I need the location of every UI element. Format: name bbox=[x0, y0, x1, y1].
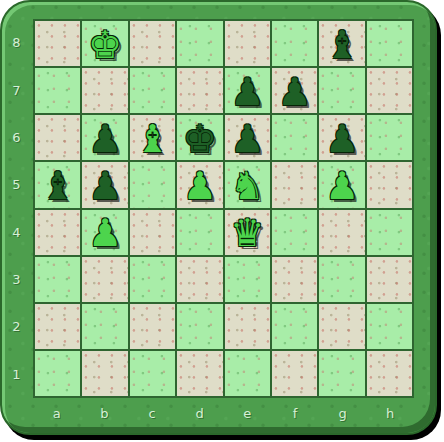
square-f4[interactable] bbox=[272, 210, 317, 255]
rank-label-1: 1 bbox=[0, 351, 33, 398]
rank-label-7: 7 bbox=[0, 66, 33, 113]
chess-board-window: 87654321 ♚♝♟♟♟♝♚♟♟♝♟♟♞♟♟♛ abcdefgh bbox=[0, 0, 444, 442]
square-f3[interactable] bbox=[272, 257, 317, 302]
square-c4[interactable] bbox=[130, 210, 175, 255]
square-d8[interactable] bbox=[177, 21, 222, 66]
rank-label-3: 3 bbox=[0, 256, 33, 303]
square-c6[interactable]: ♝ bbox=[130, 115, 175, 160]
file-label-f: f bbox=[271, 398, 319, 428]
square-e1[interactable] bbox=[225, 351, 270, 396]
square-e5[interactable]: ♞ bbox=[225, 162, 270, 207]
square-b8[interactable]: ♚ bbox=[82, 21, 127, 66]
square-f5[interactable] bbox=[272, 162, 317, 207]
square-e8[interactable] bbox=[225, 21, 270, 66]
square-c2[interactable] bbox=[130, 304, 175, 349]
file-label-c: c bbox=[128, 398, 176, 428]
square-f1[interactable] bbox=[272, 351, 317, 396]
file-label-d: d bbox=[176, 398, 224, 428]
square-b6[interactable]: ♟ bbox=[82, 115, 127, 160]
square-a3[interactable] bbox=[35, 257, 80, 302]
piece-black-bishop: ♝ bbox=[325, 24, 359, 64]
square-b2[interactable] bbox=[82, 304, 127, 349]
piece-black-pawn: ♟ bbox=[230, 71, 264, 111]
piece-white-pawn: ♟ bbox=[183, 165, 217, 205]
square-h8[interactable] bbox=[367, 21, 412, 66]
square-b3[interactable] bbox=[82, 257, 127, 302]
file-label-a: a bbox=[33, 398, 81, 428]
rank-labels: 87654321 bbox=[0, 19, 33, 398]
square-b1[interactable] bbox=[82, 351, 127, 396]
square-h3[interactable] bbox=[367, 257, 412, 302]
square-f7[interactable]: ♟ bbox=[272, 68, 317, 113]
square-c7[interactable] bbox=[130, 68, 175, 113]
piece-white-bishop: ♝ bbox=[135, 118, 169, 158]
square-c5[interactable] bbox=[130, 162, 175, 207]
square-h4[interactable] bbox=[367, 210, 412, 255]
square-e6[interactable]: ♟ bbox=[225, 115, 270, 160]
square-g5[interactable]: ♟ bbox=[319, 162, 364, 207]
square-d4[interactable] bbox=[177, 210, 222, 255]
square-g6[interactable]: ♟ bbox=[319, 115, 364, 160]
square-h1[interactable] bbox=[367, 351, 412, 396]
file-label-b: b bbox=[81, 398, 129, 428]
square-g4[interactable] bbox=[319, 210, 364, 255]
piece-black-king: ♚ bbox=[183, 118, 217, 158]
file-labels: abcdefgh bbox=[33, 398, 414, 428]
piece-black-bishop: ♝ bbox=[41, 165, 75, 205]
square-d2[interactable] bbox=[177, 304, 222, 349]
square-b7[interactable] bbox=[82, 68, 127, 113]
rank-label-4: 4 bbox=[0, 209, 33, 256]
square-g8[interactable]: ♝ bbox=[319, 21, 364, 66]
square-a5[interactable]: ♝ bbox=[35, 162, 80, 207]
square-e3[interactable] bbox=[225, 257, 270, 302]
square-e4[interactable]: ♛ bbox=[225, 210, 270, 255]
square-e7[interactable]: ♟ bbox=[225, 68, 270, 113]
piece-white-queen: ♛ bbox=[230, 212, 264, 252]
square-b5[interactable]: ♟ bbox=[82, 162, 127, 207]
square-g1[interactable] bbox=[319, 351, 364, 396]
square-a1[interactable] bbox=[35, 351, 80, 396]
rank-label-6: 6 bbox=[0, 114, 33, 161]
file-label-g: g bbox=[319, 398, 367, 428]
square-h6[interactable] bbox=[367, 115, 412, 160]
square-a6[interactable] bbox=[35, 115, 80, 160]
piece-black-pawn: ♟ bbox=[88, 118, 122, 158]
square-g7[interactable] bbox=[319, 68, 364, 113]
square-a8[interactable] bbox=[35, 21, 80, 66]
square-c1[interactable] bbox=[130, 351, 175, 396]
piece-white-knight: ♞ bbox=[230, 165, 264, 205]
square-e2[interactable] bbox=[225, 304, 270, 349]
square-f8[interactable] bbox=[272, 21, 317, 66]
rank-label-5: 5 bbox=[0, 161, 33, 208]
piece-black-pawn: ♟ bbox=[88, 165, 122, 205]
square-d5[interactable]: ♟ bbox=[177, 162, 222, 207]
rank-label-8: 8 bbox=[0, 19, 33, 66]
square-f6[interactable] bbox=[272, 115, 317, 160]
square-g3[interactable] bbox=[319, 257, 364, 302]
square-h7[interactable] bbox=[367, 68, 412, 113]
square-a4[interactable] bbox=[35, 210, 80, 255]
file-label-h: h bbox=[366, 398, 414, 428]
square-d6[interactable]: ♚ bbox=[177, 115, 222, 160]
square-a7[interactable] bbox=[35, 68, 80, 113]
piece-black-pawn: ♟ bbox=[278, 71, 312, 111]
square-h5[interactable] bbox=[367, 162, 412, 207]
rank-label-2: 2 bbox=[0, 303, 33, 350]
square-c3[interactable] bbox=[130, 257, 175, 302]
piece-white-king: ♚ bbox=[88, 24, 122, 64]
square-a2[interactable] bbox=[35, 304, 80, 349]
piece-white-pawn: ♟ bbox=[88, 212, 122, 252]
square-c8[interactable] bbox=[130, 21, 175, 66]
square-d1[interactable] bbox=[177, 351, 222, 396]
square-f2[interactable] bbox=[272, 304, 317, 349]
piece-white-pawn: ♟ bbox=[325, 165, 359, 205]
file-label-e: e bbox=[224, 398, 272, 428]
board: ♚♝♟♟♟♝♚♟♟♝♟♟♞♟♟♛ bbox=[33, 19, 414, 398]
square-d3[interactable] bbox=[177, 257, 222, 302]
square-h2[interactable] bbox=[367, 304, 412, 349]
square-g2[interactable] bbox=[319, 304, 364, 349]
square-b4[interactable]: ♟ bbox=[82, 210, 127, 255]
piece-black-pawn: ♟ bbox=[325, 118, 359, 158]
piece-black-pawn: ♟ bbox=[230, 118, 264, 158]
square-d7[interactable] bbox=[177, 68, 222, 113]
